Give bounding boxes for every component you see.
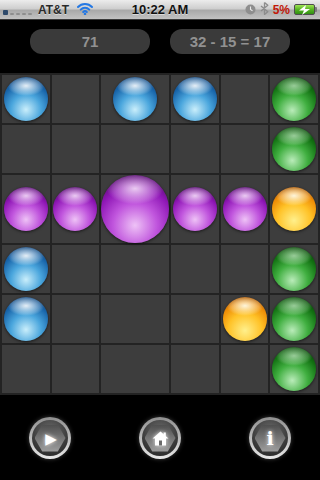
- game-board: [0, 73, 320, 395]
- grid-cell[interactable]: [171, 295, 219, 343]
- ball-blue[interactable]: [4, 247, 48, 291]
- ball-purple-large[interactable]: [101, 175, 169, 243]
- grid-cell[interactable]: [270, 345, 318, 393]
- grid-cell[interactable]: [52, 345, 100, 393]
- grid-cell[interactable]: [221, 295, 269, 343]
- ball-orange[interactable]: [223, 297, 267, 341]
- home-button[interactable]: [139, 417, 181, 459]
- grid-cell[interactable]: [171, 125, 219, 173]
- grid-cell[interactable]: [52, 125, 100, 173]
- ball-green[interactable]: [272, 297, 316, 341]
- equation-display: 32 - 15 = 17: [170, 29, 290, 54]
- grid-cell[interactable]: [101, 75, 169, 123]
- grid-cell[interactable]: [221, 245, 269, 293]
- grid-cell[interactable]: [2, 295, 50, 343]
- grid-cell[interactable]: [270, 245, 318, 293]
- clock-time: 10:22 AM: [0, 2, 320, 17]
- ball-green[interactable]: [272, 77, 316, 121]
- ball-blue[interactable]: [113, 77, 157, 121]
- ball-green[interactable]: [272, 247, 316, 291]
- grid-cell[interactable]: [171, 245, 219, 293]
- grid-cell[interactable]: [2, 125, 50, 173]
- grid-cell[interactable]: [270, 295, 318, 343]
- grid-cell[interactable]: [2, 345, 50, 393]
- ball-purple[interactable]: [4, 187, 48, 231]
- grid-cell[interactable]: [52, 245, 100, 293]
- grid-cell[interactable]: [101, 345, 169, 393]
- home-icon: [152, 431, 169, 446]
- ball-purple[interactable]: [173, 187, 217, 231]
- grid-cell[interactable]: [101, 175, 169, 243]
- grid-cell[interactable]: [52, 75, 100, 123]
- grid-cell[interactable]: [171, 175, 219, 243]
- grid-cell[interactable]: [171, 345, 219, 393]
- grid-cell[interactable]: [101, 125, 169, 173]
- info-icon: i: [266, 429, 273, 448]
- ball-purple[interactable]: [53, 187, 97, 231]
- grid-cell[interactable]: [101, 245, 169, 293]
- grid-cell[interactable]: [2, 175, 50, 243]
- grid-cell[interactable]: [52, 295, 100, 343]
- ball-green[interactable]: [272, 347, 316, 391]
- status-bar: AT&T 10:22 AM: [0, 0, 320, 20]
- info-button[interactable]: i: [249, 417, 291, 459]
- ball-purple[interactable]: [223, 187, 267, 231]
- grid-cell[interactable]: [221, 125, 269, 173]
- grid-cell[interactable]: [270, 175, 318, 243]
- grid-cell[interactable]: [221, 75, 269, 123]
- ball-green[interactable]: [272, 127, 316, 171]
- grid-cell[interactable]: [270, 75, 318, 123]
- app-screen: AT&T 10:22 AM: [0, 0, 320, 480]
- grid-cell[interactable]: [221, 175, 269, 243]
- ball-blue[interactable]: [173, 77, 217, 121]
- header: 71 32 - 15 = 17: [0, 20, 320, 54]
- play-icon: ▶: [43, 431, 57, 446]
- grid-cell[interactable]: [270, 125, 318, 173]
- grid-cell[interactable]: [101, 295, 169, 343]
- ball-orange[interactable]: [272, 187, 316, 231]
- grid-cell[interactable]: [171, 75, 219, 123]
- ball-blue[interactable]: [4, 77, 48, 121]
- bottom-toolbar: ▶ i: [0, 396, 320, 480]
- grid-cell[interactable]: [52, 175, 100, 243]
- score-display: 71: [30, 29, 150, 54]
- grid-cell[interactable]: [2, 245, 50, 293]
- play-button[interactable]: ▶: [29, 417, 71, 459]
- grid-cell[interactable]: [221, 345, 269, 393]
- ball-blue[interactable]: [4, 297, 48, 341]
- grid-cell[interactable]: [2, 75, 50, 123]
